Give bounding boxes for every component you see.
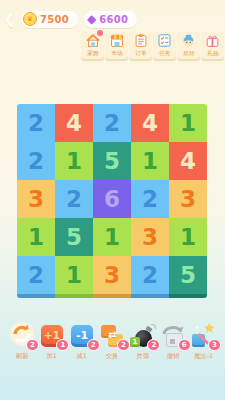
back-button[interactable]: ❮ [4, 12, 15, 27]
tile-r5c2[interactable]: 1 [55, 256, 93, 294]
tool-label: 加1 [47, 352, 57, 361]
tool-minus-one[interactable]: -1 2 减1 [68, 322, 97, 361]
tile-r3c3[interactable]: 6 [93, 180, 131, 218]
tile-r2c4[interactable]: 1 [131, 142, 169, 180]
tool-count-badge: 6 [178, 339, 191, 351]
tool-plus-one[interactable]: +1 1 加1 [37, 322, 66, 361]
top-bar: ❮ ♛ 7500 ◆ 6600 [0, 10, 225, 28]
board-shadow-segment [93, 294, 131, 298]
tool-swap[interactable]: ⇄ 2 交换 [98, 322, 127, 361]
tool-label: 刷新 [15, 352, 28, 361]
nav-item-tasks[interactable]: 任务 [153, 32, 176, 59]
tile-r3c4[interactable]: 2 [131, 180, 169, 218]
tool-magic-minus-one[interactable]: ★ ✦ 3 魔法-1 [189, 322, 218, 361]
tile-r4c1[interactable]: 1 [17, 218, 55, 256]
gem-amount: 6600 [99, 14, 128, 25]
board-shadow-segment [131, 294, 169, 298]
nav-label: 市场 [111, 49, 122, 57]
nav-item-gifts[interactable]: 礼品 [201, 32, 224, 59]
tool-count-badge: 2 [87, 339, 100, 351]
tile-r3c2[interactable]: 2 [55, 180, 93, 218]
tool-refresh[interactable]: 2 刷新 [7, 322, 36, 361]
tile-r4c3[interactable]: 1 [93, 218, 131, 256]
coin-icon: ♛ [23, 12, 37, 26]
tile-r5c1[interactable]: 2 [17, 256, 55, 294]
gift-icon [206, 34, 219, 47]
tile-r3c1[interactable]: 3 [17, 180, 55, 218]
toolbar: 2 刷新 +1 1 加1 -1 2 减1 ⇄ 2 [0, 322, 225, 361]
nav-item-market[interactable]: 市场 [105, 32, 128, 59]
tool-count-badge: 2 [26, 339, 39, 351]
tile-r1c4[interactable]: 4 [131, 104, 169, 142]
tile-r2c5[interactable]: 4 [169, 142, 207, 180]
tile-r1c1[interactable]: 2 [17, 104, 55, 142]
nav-item-orders[interactable]: 订单 [129, 32, 152, 59]
board-shadow-segment [169, 294, 207, 298]
coin-amount: 7500 [40, 14, 69, 25]
order-icon [135, 34, 147, 47]
tile-r5c3[interactable]: 3 [93, 256, 131, 294]
nav-label: 礼品 [207, 49, 218, 57]
tile-r2c2[interactable]: 1 [55, 142, 93, 180]
tile-r3c5[interactable]: 3 [169, 180, 207, 218]
nav-label: 家园 [87, 49, 98, 57]
tool-label: 撤销 [167, 352, 180, 361]
tile-r5c5[interactable]: 5 [169, 256, 207, 294]
tile-r1c5[interactable]: 1 [169, 104, 207, 142]
gem-icon: ◆ [87, 13, 96, 25]
tile-r1c3[interactable]: 2 [93, 104, 131, 142]
tile-r5c4[interactable]: 2 [131, 256, 169, 294]
tool-label: 炸弹 [137, 352, 150, 361]
tool-count-badge: 3 [208, 339, 221, 351]
doll-icon [182, 34, 195, 47]
nav-label: 娃娃 [183, 49, 194, 57]
nav-item-home[interactable]: 家园 [81, 32, 104, 59]
tile-r1c2[interactable]: 4 [55, 104, 93, 142]
coin-counter[interactable]: ♛ 7500 [21, 11, 78, 28]
board-shadow-segment [17, 294, 55, 298]
tool-label: 魔法-1 [194, 352, 213, 361]
game-screen: ❮ ♛ 7500 ◆ 6600 家园 市场 订单 [0, 0, 225, 400]
tool-bomb[interactable]: 1 2 炸弹 [128, 322, 157, 361]
nav-label: 任务 [159, 49, 170, 57]
board-shadow-segment [55, 294, 93, 298]
task-icon [158, 34, 171, 47]
tile-r4c5[interactable]: 1 [169, 218, 207, 256]
home-icon [86, 34, 100, 47]
tile-r2c1[interactable]: 2 [17, 142, 55, 180]
tool-label: 交换 [106, 352, 119, 361]
board: 2424121514326231513121325 [17, 104, 207, 294]
tool-undo[interactable]: 6 撤销 [159, 322, 188, 361]
nav-bar: 家园 市场 订单 任务 娃娃 [81, 32, 224, 59]
tool-count-badge: 2 [117, 339, 130, 351]
tile-r4c2[interactable]: 5 [55, 218, 93, 256]
board-shadow [17, 294, 207, 298]
tile-r2c3[interactable]: 5 [93, 142, 131, 180]
nav-label: 订单 [135, 49, 146, 57]
nav-item-doll[interactable]: 娃娃 [177, 32, 200, 59]
market-icon [110, 34, 124, 47]
gem-counter[interactable]: ◆ 6600 [84, 11, 137, 28]
notification-dot [97, 30, 103, 36]
tool-label: 减1 [77, 352, 87, 361]
tile-r4c4[interactable]: 3 [131, 218, 169, 256]
